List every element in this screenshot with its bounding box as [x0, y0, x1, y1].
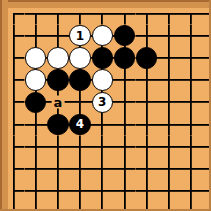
intersection-5-6[interactable]	[91, 113, 113, 135]
intersection-2-6[interactable]	[25, 113, 47, 135]
intersection-3-3[interactable]	[47, 47, 69, 69]
intersection-6-3[interactable]	[113, 47, 135, 69]
intersection-8-9[interactable]	[158, 180, 180, 202]
intersection-9-2[interactable]	[180, 25, 202, 47]
intersection-5-4[interactable]	[91, 69, 113, 91]
intersection-7-4[interactable]	[136, 69, 158, 91]
intersection-8-2[interactable]	[158, 25, 180, 47]
intersection-7-6[interactable]	[136, 113, 158, 135]
intersection-2-8[interactable]	[25, 158, 47, 180]
intersection-4-2[interactable]: 1	[69, 25, 91, 47]
board-frame-right	[209, 0, 211, 211]
white-stone[interactable]	[92, 69, 113, 90]
white-stone[interactable]	[25, 47, 46, 68]
intersection-3-2[interactable]	[47, 25, 69, 47]
intersection-6-7[interactable]	[113, 136, 135, 158]
intersection-7-8[interactable]	[136, 158, 158, 180]
intersection-9-3[interactable]	[180, 47, 202, 69]
intersection-8-7[interactable]	[158, 136, 180, 158]
intersection-4-4[interactable]	[69, 69, 91, 91]
intersection-9-6[interactable]	[180, 113, 202, 135]
intersection-2-3[interactable]	[25, 47, 47, 69]
board-frame-left	[0, 0, 8, 211]
black-stone-move-4[interactable]: 4	[69, 114, 90, 135]
intersection-3-6[interactable]	[47, 113, 69, 135]
black-stone[interactable]	[69, 69, 90, 90]
black-stone[interactable]	[47, 114, 68, 135]
intersection-5-2[interactable]	[91, 25, 113, 47]
intersection-2-9[interactable]	[25, 180, 47, 202]
intersection-5-8[interactable]	[91, 158, 113, 180]
white-stone-move-1[interactable]: 1	[69, 25, 90, 46]
intersection-9-7[interactable]	[180, 136, 202, 158]
intersection-9-4[interactable]	[180, 69, 202, 91]
black-stone[interactable]	[114, 47, 135, 68]
board-frame-top	[0, 0, 211, 8]
black-stone[interactable]	[92, 47, 113, 68]
intersection-7-2[interactable]	[136, 25, 158, 47]
board-grid: 1a34	[2, 2, 211, 211]
intersection-8-8[interactable]	[158, 158, 180, 180]
black-stone[interactable]	[25, 92, 46, 113]
intersection-4-9[interactable]	[69, 180, 91, 202]
intersection-6-9[interactable]	[113, 180, 135, 202]
intersection-7-9[interactable]	[136, 180, 158, 202]
intersection-4-3[interactable]	[69, 47, 91, 69]
point-label-a: a	[51, 96, 64, 109]
white-stone[interactable]	[92, 25, 113, 46]
intersection-8-6[interactable]	[158, 113, 180, 135]
intersection-6-4[interactable]	[113, 69, 135, 91]
intersection-9-5[interactable]	[180, 91, 202, 113]
intersection-4-5[interactable]	[69, 91, 91, 113]
intersection-2-7[interactable]	[25, 136, 47, 158]
board-frame-bottom	[0, 209, 211, 211]
intersection-6-6[interactable]	[113, 113, 135, 135]
intersection-6-8[interactable]	[113, 158, 135, 180]
white-stone-move-3[interactable]: 3	[92, 92, 113, 113]
intersection-5-5[interactable]: 3	[91, 91, 113, 113]
intersection-8-3[interactable]	[158, 47, 180, 69]
white-stone[interactable]	[69, 47, 90, 68]
intersection-3-5[interactable]: a	[47, 91, 69, 113]
intersection-8-5[interactable]	[158, 91, 180, 113]
white-stone[interactable]	[25, 69, 46, 90]
intersection-8-4[interactable]	[158, 69, 180, 91]
intersection-3-4[interactable]	[47, 69, 69, 91]
intersection-7-3[interactable]	[136, 47, 158, 69]
white-stone[interactable]	[47, 47, 68, 68]
intersection-4-6[interactable]: 4	[69, 113, 91, 135]
go-board-diagram: 1a34	[0, 0, 211, 211]
intersection-2-4[interactable]	[25, 69, 47, 91]
intersection-2-2[interactable]	[25, 25, 47, 47]
intersection-9-8[interactable]	[180, 158, 202, 180]
intersection-3-9[interactable]	[47, 180, 69, 202]
intersection-3-7[interactable]	[47, 136, 69, 158]
intersection-5-7[interactable]	[91, 136, 113, 158]
intersection-6-5[interactable]	[113, 91, 135, 113]
intersection-6-2[interactable]	[113, 25, 135, 47]
intersection-5-9[interactable]	[91, 180, 113, 202]
intersection-7-7[interactable]	[136, 136, 158, 158]
black-stone[interactable]	[47, 69, 68, 90]
intersection-7-5[interactable]	[136, 91, 158, 113]
black-stone[interactable]	[114, 25, 135, 46]
intersection-3-8[interactable]	[47, 158, 69, 180]
intersection-9-9[interactable]	[180, 180, 202, 202]
black-stone[interactable]	[136, 47, 157, 68]
intersection-2-5[interactable]	[25, 91, 47, 113]
intersection-4-8[interactable]	[69, 158, 91, 180]
intersection-4-7[interactable]	[69, 136, 91, 158]
intersection-5-3[interactable]	[91, 47, 113, 69]
